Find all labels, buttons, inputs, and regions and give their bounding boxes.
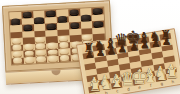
- tray-square: [12, 57, 24, 64]
- dark-checker-piece: [93, 8, 103, 14]
- black-pawn: ♟: [84, 50, 93, 60]
- chess-square: ♟: [127, 44, 139, 52]
- chess-square: ♟: [105, 48, 117, 56]
- chess-square: ♟: [160, 39, 172, 47]
- dark-checker-piece: [81, 15, 91, 21]
- light-checker-piece: [12, 45, 22, 51]
- finger-notch: [51, 70, 60, 75]
- dark-checker-piece: [34, 17, 44, 23]
- black-pawn: ♟: [129, 42, 138, 52]
- light-checker-piece: [48, 56, 58, 62]
- light-checker-piece: [59, 42, 69, 48]
- light-checker-piece: [13, 51, 23, 57]
- chess-square: ♟: [138, 42, 150, 50]
- dark-checker-piece: [69, 9, 79, 15]
- light-checker-piece: [59, 36, 69, 42]
- black-pawn: ♟: [140, 40, 149, 50]
- tray-square: [47, 55, 59, 62]
- light-checker-piece: [24, 44, 34, 50]
- chess-square: ♟: [83, 52, 95, 60]
- dark-checker-piece: [23, 25, 33, 31]
- product-photo-chess-checkers-set: ♜♞♝♛♚♝♞♜♟♟♟♟♟♟♟♟♟♟♟♟♟♟♟♟♜♞♝♛♚♝♞♜ abcdefg…: [0, 0, 180, 94]
- dark-checker-piece: [46, 10, 56, 16]
- dark-checker-piece: [22, 12, 32, 18]
- tray-square: [24, 57, 36, 64]
- dark-checker-piece: [46, 23, 56, 29]
- light-checker-piece: [82, 35, 92, 41]
- dark-checker-piece: [11, 19, 21, 25]
- light-checker-piece: [12, 38, 22, 44]
- light-checker-piece: [47, 43, 57, 49]
- dark-checker-piece: [58, 16, 68, 22]
- dark-checker-piece: [70, 22, 80, 28]
- light-checker-piece: [35, 37, 45, 43]
- light-checker-piece: [59, 49, 69, 55]
- light-checker-piece: [48, 49, 58, 55]
- white-rook: ♜: [166, 67, 179, 80]
- chess-square: ♟: [116, 46, 128, 54]
- chess-square: ♟: [149, 40, 161, 48]
- black-pawn: ♟: [162, 37, 171, 47]
- light-checker-piece: [24, 51, 34, 57]
- dark-checker-piece: [93, 21, 103, 27]
- light-checker-piece: [36, 43, 46, 49]
- light-checker-piece: [13, 58, 23, 64]
- chess-square: ♟: [94, 50, 106, 58]
- black-pawn: ♟: [107, 46, 116, 56]
- black-pawn: ♟: [96, 48, 105, 58]
- light-checker-piece: [36, 50, 46, 56]
- chess-square: ♜: [166, 73, 178, 81]
- tray-square: [35, 56, 47, 63]
- black-pawn: ♟: [118, 44, 127, 54]
- black-pawn: ♟: [151, 38, 160, 48]
- light-checker-piece: [36, 56, 46, 62]
- light-checker-piece: [25, 57, 35, 63]
- tray-square: [59, 55, 71, 62]
- light-checker-piece: [60, 55, 70, 61]
